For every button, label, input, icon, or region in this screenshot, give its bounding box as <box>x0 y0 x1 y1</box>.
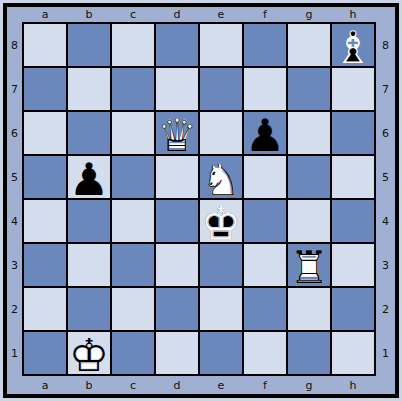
file-label-c: c <box>112 376 154 394</box>
file-label-h: h <box>332 376 374 394</box>
rank-label-3: 3 <box>7 244 22 286</box>
rank-label-3: 3 <box>376 244 395 286</box>
square-d5[interactable] <box>156 156 198 198</box>
square-f5[interactable] <box>244 156 286 198</box>
square-h1[interactable] <box>332 332 374 374</box>
piece-white-king-b1[interactable]: ♚♔ <box>68 332 110 374</box>
square-h6[interactable] <box>332 112 374 154</box>
corner-bottom-left <box>7 376 22 394</box>
rank-label-6: 6 <box>7 112 22 154</box>
piece-black-pawn-b5[interactable]: ♟ <box>68 156 110 198</box>
square-h5[interactable] <box>332 156 374 198</box>
square-b2[interactable] <box>68 288 110 330</box>
square-f7[interactable] <box>244 68 286 110</box>
square-f8[interactable] <box>244 24 286 66</box>
square-a4[interactable] <box>24 200 66 242</box>
rank-label-4: 4 <box>376 200 395 242</box>
square-a2[interactable] <box>24 288 66 330</box>
square-a5[interactable] <box>24 156 66 198</box>
square-d4[interactable] <box>156 200 198 242</box>
file-label-d: d <box>156 376 198 394</box>
rank-label-2: 2 <box>7 288 22 330</box>
rank-label-7: 7 <box>7 68 22 110</box>
file-label-f: f <box>244 7 286 22</box>
black-pawn-glyph-fill: ♟ <box>68 158 110 200</box>
square-e7[interactable] <box>200 68 242 110</box>
piece-black-bishop-h8[interactable]: ♝♗ <box>332 24 374 66</box>
chess-board: ♝♗♛♕♟♟♞♘♚♔♜♖♚♔ <box>22 22 376 376</box>
square-h2[interactable] <box>332 288 374 330</box>
square-g3[interactable]: ♜♖ <box>288 244 330 286</box>
black-bishop-glyph-outline: ♗ <box>332 26 374 68</box>
square-e1[interactable] <box>200 332 242 374</box>
square-a3[interactable] <box>24 244 66 286</box>
file-label-e: e <box>200 7 242 22</box>
file-label-e: e <box>200 376 242 394</box>
square-c5[interactable] <box>112 156 154 198</box>
square-a7[interactable] <box>24 68 66 110</box>
square-b6[interactable] <box>68 112 110 154</box>
square-a1[interactable] <box>24 332 66 374</box>
white-queen-glyph-outline: ♕ <box>156 114 198 156</box>
square-g8[interactable] <box>288 24 330 66</box>
square-d8[interactable] <box>156 24 198 66</box>
white-knight-glyph-outline: ♘ <box>200 158 242 200</box>
piece-black-king-e4[interactable]: ♚♔ <box>200 200 242 242</box>
square-g4[interactable] <box>288 200 330 242</box>
square-e5[interactable]: ♞♘ <box>200 156 242 198</box>
square-e4[interactable]: ♚♔ <box>200 200 242 242</box>
square-c3[interactable] <box>112 244 154 286</box>
square-d7[interactable] <box>156 68 198 110</box>
corner-bottom-right <box>376 376 395 394</box>
square-c7[interactable] <box>112 68 154 110</box>
rank-label-2: 2 <box>376 288 395 330</box>
rank-label-8: 8 <box>7 24 22 66</box>
square-e8[interactable] <box>200 24 242 66</box>
square-g6[interactable] <box>288 112 330 154</box>
square-c2[interactable] <box>112 288 154 330</box>
square-c6[interactable] <box>112 112 154 154</box>
square-g2[interactable] <box>288 288 330 330</box>
square-d2[interactable] <box>156 288 198 330</box>
square-h4[interactable] <box>332 200 374 242</box>
corner-top-right <box>376 7 395 22</box>
board-with-coordinates: abcdefgh 87654321 ♝♗♛♕♟♟♞♘♚♔♜♖♚♔ 8765432… <box>7 7 395 394</box>
square-h3[interactable] <box>332 244 374 286</box>
piece-black-pawn-f6[interactable]: ♟ <box>244 112 286 154</box>
square-c8[interactable] <box>112 24 154 66</box>
square-f6[interactable]: ♟ <box>244 112 286 154</box>
square-a8[interactable] <box>24 24 66 66</box>
black-king-glyph-outline: ♔ <box>200 202 242 244</box>
square-b7[interactable] <box>68 68 110 110</box>
file-label-g: g <box>288 376 330 394</box>
square-c4[interactable] <box>112 200 154 242</box>
board-frame: abcdefgh 87654321 ♝♗♛♕♟♟♞♘♚♔♜♖♚♔ 8765432… <box>3 3 399 398</box>
file-label-h: h <box>332 7 374 22</box>
rank-label-7: 7 <box>376 68 395 110</box>
file-label-g: g <box>288 7 330 22</box>
file-label-a: a <box>24 7 66 22</box>
rank-labels-right: 87654321 <box>376 22 395 376</box>
square-b5[interactable]: ♟ <box>68 156 110 198</box>
square-f1[interactable] <box>244 332 286 374</box>
square-h7[interactable] <box>332 68 374 110</box>
square-g7[interactable] <box>288 68 330 110</box>
square-e6[interactable] <box>200 112 242 154</box>
square-f3[interactable] <box>244 244 286 286</box>
file-label-c: c <box>112 7 154 22</box>
white-king-glyph-outline: ♔ <box>68 334 110 376</box>
square-b4[interactable] <box>68 200 110 242</box>
square-f4[interactable] <box>244 200 286 242</box>
piece-white-knight-e5[interactable]: ♞♘ <box>200 156 242 198</box>
file-labels-top: abcdefgh <box>22 7 376 22</box>
square-g1[interactable] <box>288 332 330 374</box>
chess-diagram: abcdefgh 87654321 ♝♗♛♕♟♟♞♘♚♔♜♖♚♔ 8765432… <box>0 0 402 401</box>
square-b8[interactable] <box>68 24 110 66</box>
corner-top-left <box>7 7 22 22</box>
square-e3[interactable] <box>200 244 242 286</box>
rank-label-5: 5 <box>376 156 395 198</box>
square-b3[interactable] <box>68 244 110 286</box>
file-label-a: a <box>24 376 66 394</box>
rank-label-1: 1 <box>376 332 395 374</box>
square-d6[interactable]: ♛♕ <box>156 112 198 154</box>
square-b1[interactable]: ♚♔ <box>68 332 110 374</box>
black-pawn-glyph-fill: ♟ <box>244 114 286 156</box>
square-g5[interactable] <box>288 156 330 198</box>
rank-label-4: 4 <box>7 200 22 242</box>
white-rook-glyph-outline: ♖ <box>288 246 330 288</box>
rank-labels-left: 87654321 <box>7 22 22 376</box>
file-label-d: d <box>156 7 198 22</box>
square-d3[interactable] <box>156 244 198 286</box>
file-label-f: f <box>244 376 286 394</box>
square-h8[interactable]: ♝♗ <box>332 24 374 66</box>
piece-white-queen-d6[interactable]: ♛♕ <box>156 112 198 154</box>
rank-label-8: 8 <box>376 24 395 66</box>
square-e2[interactable] <box>200 288 242 330</box>
piece-white-rook-g3[interactable]: ♜♖ <box>288 244 330 286</box>
square-d1[interactable] <box>156 332 198 374</box>
rank-label-5: 5 <box>7 156 22 198</box>
rank-label-1: 1 <box>7 332 22 374</box>
rank-label-6: 6 <box>376 112 395 154</box>
square-a6[interactable] <box>24 112 66 154</box>
square-f2[interactable] <box>244 288 286 330</box>
file-label-b: b <box>68 7 110 22</box>
square-c1[interactable] <box>112 332 154 374</box>
